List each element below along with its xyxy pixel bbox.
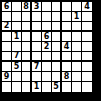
cell-r3c6-empty[interactable]: [52, 22, 62, 32]
cell-r7c8-empty[interactable]: [72, 62, 82, 72]
cell-r5c4-empty[interactable]: [32, 42, 42, 52]
cell-r9c1-empty[interactable]: [2, 82, 12, 92]
cell-r7c5-empty[interactable]: [42, 62, 52, 72]
cell-r7c9-empty[interactable]: [82, 62, 92, 72]
cell-r5c7-given-4[interactable]: 4: [62, 42, 72, 52]
cell-r6c1-empty[interactable]: [2, 52, 12, 62]
cell-r5c1-empty[interactable]: [2, 42, 12, 52]
cell-r5c3-empty[interactable]: [22, 42, 32, 52]
cell-r3c1-given-2[interactable]: 2: [2, 22, 12, 32]
cell-r8c3-empty[interactable]: [22, 72, 32, 82]
cell-r7c7-empty[interactable]: [62, 62, 72, 72]
cell-r6c3-empty[interactable]: [22, 52, 32, 62]
cell-r1c6-empty[interactable]: [52, 2, 62, 12]
cell-r8c5-empty[interactable]: [42, 72, 52, 82]
cell-r7c1-empty[interactable]: [2, 62, 12, 72]
cell-r1c1-given-6[interactable]: 6: [2, 2, 12, 12]
cell-r2c5-empty[interactable]: [42, 12, 52, 22]
cell-r8c8-empty[interactable]: [72, 72, 82, 82]
cell-r2c6-empty[interactable]: [52, 12, 62, 22]
cell-r4c1-empty[interactable]: [2, 32, 12, 42]
cell-r8c1-given-9[interactable]: 9: [2, 72, 12, 82]
cell-r4c5-given-6[interactable]: 6: [42, 32, 52, 42]
cell-r7c3-empty[interactable]: [22, 62, 32, 72]
cell-r9c3-empty[interactable]: [22, 82, 32, 92]
cell-r6c2-given-7[interactable]: 7: [12, 52, 22, 62]
cell-r1c4-given-3[interactable]: 3: [32, 2, 42, 12]
cell-r9c7-empty[interactable]: [62, 82, 72, 92]
cell-r6c5-empty[interactable]: [42, 52, 52, 62]
cell-r4c2-given-1[interactable]: 1: [12, 32, 22, 42]
cell-r3c3-empty[interactable]: [22, 22, 32, 32]
cell-r2c4-empty[interactable]: [32, 12, 42, 22]
cell-r2c9-empty[interactable]: [82, 12, 92, 22]
cell-r7c2-given-5[interactable]: 5: [12, 62, 22, 72]
cell-r1c8-empty[interactable]: [72, 2, 82, 12]
cell-r1c3-given-8[interactable]: 8: [22, 2, 32, 12]
cell-r4c9-empty[interactable]: [82, 32, 92, 42]
cell-r5c5-given-2[interactable]: 2: [42, 42, 52, 52]
cell-r9c5-empty[interactable]: [42, 82, 52, 92]
cell-r1c5-empty[interactable]: [42, 2, 52, 12]
cell-r2c3-empty[interactable]: [22, 12, 32, 22]
cell-r9c4-given-1[interactable]: 1: [32, 82, 42, 92]
cell-r8c4-empty[interactable]: [32, 72, 42, 82]
cell-r4c3-empty[interactable]: [22, 32, 32, 42]
cell-r3c4-empty[interactable]: [32, 22, 42, 32]
cell-r9c2-empty[interactable]: [12, 82, 22, 92]
cell-r9c9-empty[interactable]: [82, 82, 92, 92]
cell-r6c9-empty[interactable]: [82, 52, 92, 62]
cell-r6c8-empty[interactable]: [72, 52, 82, 62]
cell-r3c7-empty[interactable]: [62, 22, 72, 32]
cell-r6c6-empty[interactable]: [52, 52, 62, 62]
cell-r6c4-empty[interactable]: [32, 52, 42, 62]
cell-r2c2-empty[interactable]: [12, 12, 22, 22]
cell-r4c4-empty[interactable]: [32, 32, 42, 42]
cell-r5c6-empty[interactable]: [52, 42, 62, 52]
sudoku-board: 68341216247579815: [0, 0, 94, 94]
cell-r9c6-given-5[interactable]: 5: [52, 82, 62, 92]
cell-r8c6-empty[interactable]: [52, 72, 62, 82]
cell-r8c7-given-8[interactable]: 8: [62, 72, 72, 82]
cell-r8c2-empty[interactable]: [12, 72, 22, 82]
cell-r9c8-empty[interactable]: [72, 82, 82, 92]
cell-r6c7-empty[interactable]: [62, 52, 72, 62]
cell-r5c8-empty[interactable]: [72, 42, 82, 52]
cell-r3c5-empty[interactable]: [42, 22, 52, 32]
cell-r3c2-empty[interactable]: [12, 22, 22, 32]
cell-r1c7-empty[interactable]: [62, 2, 72, 12]
cell-r2c8-given-1[interactable]: 1: [72, 12, 82, 22]
cell-r3c8-empty[interactable]: [72, 22, 82, 32]
cell-r4c6-empty[interactable]: [52, 32, 62, 42]
cell-r4c8-empty[interactable]: [72, 32, 82, 42]
cell-r1c2-empty[interactable]: [12, 2, 22, 12]
cell-r7c6-empty[interactable]: [52, 62, 62, 72]
cell-r2c7-empty[interactable]: [62, 12, 72, 22]
cell-r1c9-given-4[interactable]: 4: [82, 2, 92, 12]
cell-r7c4-given-7[interactable]: 7: [32, 62, 42, 72]
cell-r8c9-empty[interactable]: [82, 72, 92, 82]
cell-r4c7-empty[interactable]: [62, 32, 72, 42]
cell-r5c9-empty[interactable]: [82, 42, 92, 52]
cell-r3c9-empty[interactable]: [82, 22, 92, 32]
